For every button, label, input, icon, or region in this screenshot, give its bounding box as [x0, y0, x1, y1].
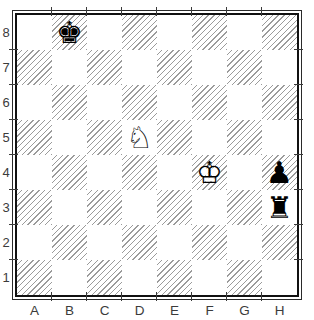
square-b3	[52, 190, 87, 225]
square-h6	[262, 85, 297, 120]
tick-mark	[294, 189, 303, 190]
square-h5	[262, 120, 297, 155]
square-c6	[87, 85, 122, 120]
square-e6	[157, 85, 192, 120]
piece-black-king: ♚	[52, 15, 87, 50]
square-d8	[122, 15, 157, 50]
square-f1	[192, 260, 227, 295]
rank-label-1: 1	[1, 260, 11, 295]
square-d4	[122, 155, 157, 190]
piece-outline: ♘	[122, 120, 157, 155]
square-g4	[227, 155, 262, 190]
piece-black-rook: ♜	[262, 190, 297, 225]
square-g2	[227, 225, 262, 260]
square-e8	[157, 15, 192, 50]
board-frame: ♚♞♘♚♔♟♜	[12, 10, 302, 300]
square-e7	[157, 50, 192, 85]
piece-glyph: ♜	[262, 190, 297, 225]
square-a8	[17, 15, 52, 50]
square-h7	[262, 50, 297, 85]
square-c5	[87, 120, 122, 155]
rank-label-2: 2	[1, 225, 11, 260]
tick-mark	[9, 84, 18, 85]
square-c2	[87, 225, 122, 260]
square-b1	[52, 260, 87, 295]
tick-mark	[9, 119, 18, 120]
tick-mark	[191, 292, 192, 301]
file-label-f: F	[192, 303, 227, 319]
square-f3	[192, 190, 227, 225]
tick-mark	[86, 7, 87, 16]
square-a5	[17, 120, 52, 155]
square-a4	[17, 155, 52, 190]
square-c1	[87, 260, 122, 295]
square-g6	[227, 85, 262, 120]
square-b5	[52, 120, 87, 155]
tick-mark	[294, 119, 303, 120]
tick-mark	[9, 224, 18, 225]
tick-mark	[9, 259, 18, 260]
tick-mark	[121, 7, 122, 16]
square-g3	[227, 190, 262, 225]
chess-board: ♚♞♘♚♔♟♜	[17, 15, 297, 295]
square-g5	[227, 120, 262, 155]
rank-label-4: 4	[1, 155, 11, 190]
piece-glyph: ♟	[262, 155, 297, 190]
rank-label-8: 8	[1, 15, 11, 50]
square-d1	[122, 260, 157, 295]
square-f4: ♚♔	[192, 155, 227, 190]
square-f5	[192, 120, 227, 155]
square-g8	[227, 15, 262, 50]
tick-mark	[294, 49, 303, 50]
tick-mark	[51, 7, 52, 16]
square-e2	[157, 225, 192, 260]
square-b4	[52, 155, 87, 190]
file-label-a: A	[17, 303, 52, 319]
tick-mark	[121, 292, 122, 301]
tick-mark	[9, 49, 18, 50]
chess-diagram: ♚♞♘♚♔♟♜ 87654321ABCDEFGH	[0, 0, 314, 320]
piece-white-knight: ♞♘	[122, 120, 157, 155]
tick-mark	[9, 189, 18, 190]
square-d3	[122, 190, 157, 225]
piece-black-pawn: ♟	[262, 155, 297, 190]
square-c7	[87, 50, 122, 85]
tick-mark	[9, 154, 18, 155]
tick-mark	[51, 292, 52, 301]
tick-mark	[191, 7, 192, 16]
square-b6	[52, 85, 87, 120]
square-b8: ♚	[52, 15, 87, 50]
square-f6	[192, 85, 227, 120]
square-f8	[192, 15, 227, 50]
square-c3	[87, 190, 122, 225]
square-a6	[17, 85, 52, 120]
square-d6	[122, 85, 157, 120]
file-label-c: C	[87, 303, 122, 319]
tick-mark	[294, 224, 303, 225]
square-e4	[157, 155, 192, 190]
file-label-h: H	[262, 303, 297, 319]
square-a7	[17, 50, 52, 85]
tick-mark	[261, 7, 262, 16]
square-a2	[17, 225, 52, 260]
square-a1	[17, 260, 52, 295]
square-d5: ♞♘	[122, 120, 157, 155]
square-c8	[87, 15, 122, 50]
rank-label-3: 3	[1, 190, 11, 225]
tick-mark	[156, 292, 157, 301]
square-h8	[262, 15, 297, 50]
piece-outline: ♔	[192, 155, 227, 190]
square-f2	[192, 225, 227, 260]
square-h4: ♟	[262, 155, 297, 190]
square-f7	[192, 50, 227, 85]
piece-white-king: ♚♔	[192, 155, 227, 190]
tick-mark	[294, 154, 303, 155]
square-e5	[157, 120, 192, 155]
piece-glyph: ♚	[52, 15, 87, 50]
tick-mark	[226, 292, 227, 301]
square-e1	[157, 260, 192, 295]
square-b7	[52, 50, 87, 85]
tick-mark	[294, 84, 303, 85]
square-a3	[17, 190, 52, 225]
tick-mark	[261, 292, 262, 301]
square-h1	[262, 260, 297, 295]
rank-label-6: 6	[1, 85, 11, 120]
square-d2	[122, 225, 157, 260]
square-g1	[227, 260, 262, 295]
square-e3	[157, 190, 192, 225]
rank-label-7: 7	[1, 50, 11, 85]
file-label-b: B	[52, 303, 87, 319]
square-g7	[227, 50, 262, 85]
square-b2	[52, 225, 87, 260]
square-c4	[87, 155, 122, 190]
file-label-d: D	[122, 303, 157, 319]
file-label-e: E	[157, 303, 192, 319]
tick-mark	[156, 7, 157, 16]
tick-mark	[226, 7, 227, 16]
square-d7	[122, 50, 157, 85]
square-h2	[262, 225, 297, 260]
rank-label-5: 5	[1, 120, 11, 155]
file-label-g: G	[227, 303, 262, 319]
tick-mark	[294, 259, 303, 260]
square-h3: ♜	[262, 190, 297, 225]
tick-mark	[86, 292, 87, 301]
